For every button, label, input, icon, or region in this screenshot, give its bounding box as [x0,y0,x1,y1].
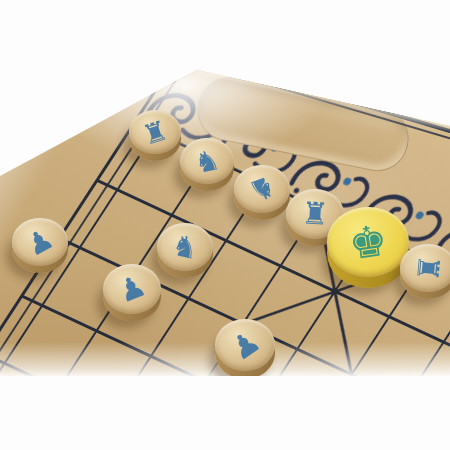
piece-face: ♜ [400,244,450,292]
piece-a3-pawn[interactable]: ♟ [12,218,68,273]
piece-e1-king[interactable]: ♚ [327,207,409,288]
piece-face: ♞ [180,138,234,184]
pawn-icon: ♟ [96,255,168,323]
piece-b1-knight[interactable]: ♞ [180,138,234,191]
piece-face: ♞ [157,223,213,271]
xiangqi-board: ♜♞♞♜♚♜♟♞♟♟ [0,0,450,450]
piece-face: ♟ [215,319,275,371]
photo-backdrop: ♜♞♞♜♚♜♟♞♟♟ [0,0,450,450]
piece-b2-knight[interactable]: ♞ [157,223,213,278]
rook-icon: ♜ [402,238,450,298]
piece-face: ♞ [234,165,290,213]
piece-d3-pawn[interactable]: ♟ [215,319,275,378]
piece-a1-rook[interactable]: ♜ [129,110,181,161]
piece-face: ♚ [327,207,409,278]
piece-c1-knight[interactable]: ♞ [234,165,290,220]
pawn-icon: ♟ [206,307,285,384]
piece-f1-rook[interactable]: ♜ [400,244,450,299]
pawn-icon: ♟ [4,208,76,277]
piece-face: ♟ [12,218,68,266]
piece-b3-pawn[interactable]: ♟ [103,264,161,321]
pieces-layer: ♜♞♞♜♚♜♟♞♟♟ [0,0,450,450]
piece-face: ♜ [129,110,181,155]
piece-face: ♟ [103,264,161,314]
